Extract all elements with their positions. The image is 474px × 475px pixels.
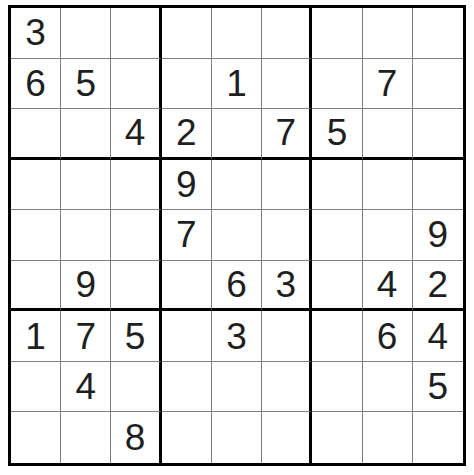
cell-r8c2-given: 4 [61,362,111,413]
cell-r8c5-empty[interactable] [212,362,262,413]
cell-r3c5-empty[interactable] [212,109,262,160]
cell-r8c9-given: 5 [413,362,463,413]
cell-r3c2-empty[interactable] [61,109,111,160]
cell-r4c2-empty[interactable] [61,160,111,211]
cell-r7c1-given: 1 [11,311,61,362]
cell-r3c6-given: 7 [262,109,312,160]
cell-r8c3-empty[interactable] [111,362,161,413]
cell-r3c3-given: 4 [111,109,161,160]
cell-r4c3-empty[interactable] [111,160,161,211]
cell-r7c7-empty[interactable] [312,311,362,362]
cell-r7c3-given: 5 [111,311,161,362]
cell-r6c2-given: 9 [61,261,111,312]
cell-r7c6-empty[interactable] [262,311,312,362]
cell-r7c8-given: 6 [363,311,413,362]
cell-r9c2-empty[interactable] [61,412,111,463]
cell-r5c6-empty[interactable] [262,210,312,261]
cell-r5c9-given: 9 [413,210,463,261]
cell-r3c9-empty[interactable] [413,109,463,160]
sudoku-board: 36517427597996342175364458 [8,5,466,466]
cell-r9c3-given: 8 [111,412,161,463]
cell-r2c4-empty[interactable] [162,59,212,110]
cell-r6c9-given: 2 [413,261,463,312]
cell-r4c5-empty[interactable] [212,160,262,211]
cell-r5c4-given: 7 [162,210,212,261]
cell-r2c6-empty[interactable] [262,59,312,110]
cell-r9c4-empty[interactable] [162,412,212,463]
cell-r3c7-given: 5 [312,109,362,160]
cell-r1c2-empty[interactable] [61,8,111,59]
cell-r3c4-given: 2 [162,109,212,160]
cell-r2c3-empty[interactable] [111,59,161,110]
cell-r6c7-empty[interactable] [312,261,362,312]
cell-r1c6-empty[interactable] [262,8,312,59]
cell-r9c1-empty[interactable] [11,412,61,463]
cell-r4c9-empty[interactable] [413,160,463,211]
cell-r2c1-given: 6 [11,59,61,110]
cell-r4c1-empty[interactable] [11,160,61,211]
cell-r2c7-empty[interactable] [312,59,362,110]
cell-r8c4-empty[interactable] [162,362,212,413]
cell-r1c1-given: 3 [11,8,61,59]
cell-r5c7-empty[interactable] [312,210,362,261]
cell-r5c2-empty[interactable] [61,210,111,261]
cell-r1c3-empty[interactable] [111,8,161,59]
cell-r1c8-empty[interactable] [363,8,413,59]
cell-r4c4-given: 9 [162,160,212,211]
cell-r7c5-given: 3 [212,311,262,362]
cell-r9c5-empty[interactable] [212,412,262,463]
cell-r6c1-empty[interactable] [11,261,61,312]
cell-r5c5-empty[interactable] [212,210,262,261]
cell-r9c7-empty[interactable] [312,412,362,463]
cell-r5c8-empty[interactable] [363,210,413,261]
cell-r9c8-empty[interactable] [363,412,413,463]
cell-r2c5-given: 1 [212,59,262,110]
cell-r8c1-empty[interactable] [11,362,61,413]
cell-r6c4-empty[interactable] [162,261,212,312]
cell-r7c9-given: 4 [413,311,463,362]
cell-r6c8-given: 4 [363,261,413,312]
cell-r9c9-empty[interactable] [413,412,463,463]
cell-r8c6-empty[interactable] [262,362,312,413]
cell-r5c1-empty[interactable] [11,210,61,261]
cell-r1c4-empty[interactable] [162,8,212,59]
cell-r7c4-empty[interactable] [162,311,212,362]
cell-r6c6-given: 3 [262,261,312,312]
cell-r1c7-empty[interactable] [312,8,362,59]
cell-r3c1-empty[interactable] [11,109,61,160]
cell-r1c5-empty[interactable] [212,8,262,59]
cell-r2c8-given: 7 [363,59,413,110]
cell-r2c2-given: 5 [61,59,111,110]
cell-r8c7-empty[interactable] [312,362,362,413]
cell-r1c9-empty[interactable] [413,8,463,59]
cell-r4c7-empty[interactable] [312,160,362,211]
cell-r3c8-empty[interactable] [363,109,413,160]
cell-r4c6-empty[interactable] [262,160,312,211]
cell-r5c3-empty[interactable] [111,210,161,261]
cell-r6c3-empty[interactable] [111,261,161,312]
cell-r8c8-empty[interactable] [363,362,413,413]
cell-r2c9-empty[interactable] [413,59,463,110]
cell-r7c2-given: 7 [61,311,111,362]
cell-r4c8-empty[interactable] [363,160,413,211]
cell-r6c5-given: 6 [212,261,262,312]
cell-r9c6-empty[interactable] [262,412,312,463]
